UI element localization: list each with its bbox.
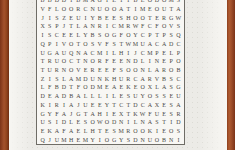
grid-cell: C [118, 100, 125, 109]
grid-cell: R [75, 5, 82, 14]
grid-cell: R [53, 100, 60, 109]
grid-cell: C [139, 31, 146, 40]
grid-cell: E [111, 57, 118, 66]
grid-cell: U [161, 5, 168, 14]
grid-cell: I [103, 48, 110, 57]
grid-cell: T [146, 13, 153, 22]
grid-cell: R [161, 13, 168, 22]
grid-cell: D [132, 135, 139, 144]
grid-cell: L [68, 118, 75, 127]
grid-cell: Q [68, 48, 75, 57]
grid-cell: U [46, 66, 53, 75]
grid-cell: O [146, 92, 153, 101]
grid-cell: E [161, 100, 168, 109]
grid-cell: C [82, 5, 89, 14]
grid-cell: C [175, 74, 182, 83]
grid-cell: K [103, 74, 110, 83]
grid-cell: L [146, 66, 153, 75]
grid-cell: I [39, 31, 46, 40]
grid-cell: S [46, 118, 53, 127]
grid-cell: P [53, 22, 60, 31]
grid-cell: T [125, 109, 132, 118]
grid-cell: E [103, 127, 110, 136]
grid-cell: T [39, 57, 46, 66]
grid-cell: A [111, 83, 118, 92]
grid-cell: J [68, 109, 75, 118]
grid-cell: D [175, 118, 182, 127]
grid-cell: R [46, 57, 53, 66]
grid-cell: O [68, 5, 75, 14]
grid-cell: L [82, 92, 89, 101]
grid-cell: L [60, 74, 67, 83]
grid-cell: A [82, 22, 89, 31]
grid-cell: U [139, 40, 146, 49]
grid-cell: M [146, 48, 153, 57]
grid-cell: M [96, 83, 103, 92]
grid-cell: S [46, 22, 53, 31]
grid-cell: C [68, 57, 75, 66]
grid-cell: O [89, 57, 96, 66]
grid-cell: T [68, 83, 75, 92]
grid-cell: O [139, 127, 146, 136]
grid-cell: E [68, 13, 75, 22]
page-shading-right [187, 0, 227, 150]
grid-cell: S [118, 13, 125, 22]
grid-cell: G [111, 31, 118, 40]
grid-cell: V [168, 22, 175, 31]
grid-cell: E [118, 57, 125, 66]
grid-cell: K [132, 109, 139, 118]
grid-cell: K [46, 127, 53, 136]
grid-cell: M [60, 135, 67, 144]
grid-cell: A [60, 109, 67, 118]
grid-cell: L [132, 118, 139, 127]
grid-cell: I [82, 13, 89, 22]
grid-cell: A [82, 48, 89, 57]
grid-cell: R [125, 74, 132, 83]
grid-cell: O [111, 5, 118, 14]
grid-cell: U [96, 5, 103, 14]
grid-cell: E [161, 48, 168, 57]
grid-cell: E [103, 83, 110, 92]
grid-cell: G [111, 135, 118, 144]
grid-cell: E [82, 66, 89, 75]
grid-cell: L [111, 48, 118, 57]
grid-cell: S [168, 74, 175, 83]
grid-cell: S [175, 22, 182, 31]
grid-cell: Z [39, 74, 46, 83]
grid-cell: G [75, 109, 82, 118]
grid-cell: A [89, 109, 96, 118]
grid-cell: D [168, 40, 175, 49]
grid-cell: N [96, 74, 103, 83]
grid-cell: T [39, 66, 46, 75]
grid-cell: E [161, 109, 168, 118]
grid-cell: F [46, 5, 53, 14]
grid-cell: D [132, 100, 139, 109]
grid-cell: O [175, 57, 182, 66]
grid-cell: U [60, 48, 67, 57]
grid-cell: E [75, 127, 82, 136]
grid-cell: E [103, 66, 110, 75]
grid-cell: S [153, 92, 160, 101]
grid-cell: N [139, 118, 146, 127]
grid-cell: A [146, 118, 153, 127]
grid-cell: B [53, 83, 60, 92]
grid-cell: D [111, 118, 118, 127]
grid-cell: V [60, 40, 67, 49]
grid-cell: A [53, 127, 60, 136]
grid-cell: N [125, 57, 132, 66]
grid-cell: T [125, 100, 132, 109]
grid-cell: I [53, 40, 60, 49]
grid-cell: U [132, 92, 139, 101]
grid-cell: A [53, 92, 60, 101]
grid-cell: S [168, 100, 175, 109]
grid-cell: J [39, 13, 46, 22]
grid-cell: J [60, 22, 67, 31]
grid-cell: R [89, 66, 96, 75]
grid-cell: S [175, 127, 182, 136]
grid-cell: G [168, 13, 175, 22]
grid-cell: R [53, 66, 60, 75]
grid-cell: I [60, 100, 67, 109]
grid-cell: O [60, 5, 67, 14]
grid-cell: H [89, 127, 96, 136]
grid-cell: U [118, 74, 125, 83]
grid-cell: K [39, 100, 46, 109]
grid-cell: Y [82, 31, 89, 40]
grid-cell: D [89, 83, 96, 92]
grid-cell: E [161, 57, 168, 66]
grid-cell: S [53, 13, 60, 22]
grid-cell: H [96, 109, 103, 118]
grid-cell: T [161, 118, 168, 127]
grid-cell: M [139, 5, 146, 14]
grid-cell: F [46, 83, 53, 92]
grid-cell: N [75, 48, 82, 57]
grid-cell: U [175, 92, 182, 101]
grid-cell: O [132, 66, 139, 75]
grid-cell: A [161, 83, 168, 92]
grid-cell: S [125, 92, 132, 101]
grid-cell: Y [103, 100, 110, 109]
grid-cell: C [53, 31, 60, 40]
grid-cell: I [125, 48, 132, 57]
grid-cell: I [153, 127, 160, 136]
grid-cell: Q [39, 135, 46, 144]
grid-cell: B [89, 31, 96, 40]
grid-cell: E [46, 92, 53, 101]
grid-cell: Q [175, 31, 182, 40]
grid-cell: M [75, 74, 82, 83]
grid-cell: L [75, 31, 82, 40]
grid-cell: N [60, 66, 67, 75]
grid-cell: T [153, 31, 160, 40]
grid-cell: A [175, 100, 182, 109]
grid-cell: V [153, 74, 160, 83]
grid-cell: E [96, 100, 103, 109]
grid-cell: B [68, 92, 75, 101]
grid-cell: U [89, 74, 96, 83]
grid-cell: E [103, 13, 110, 22]
page-shading-left [9, 0, 35, 150]
grid-cell: O [125, 66, 132, 75]
grid-cell: I [46, 100, 53, 109]
grid-cell: E [111, 13, 118, 22]
grid-cell: I [175, 135, 182, 144]
grid-cell: S [46, 31, 53, 40]
grid-cell: Q [39, 40, 46, 49]
grid-cell: O [132, 127, 139, 136]
grid-cell: J [75, 100, 82, 109]
grid-cell: T [68, 22, 75, 31]
grid-cell: R [146, 74, 153, 83]
grid-cell: L [89, 92, 96, 101]
grid-cell: L [82, 127, 89, 136]
grid-cell: C [111, 22, 118, 31]
grid-cell: E [68, 31, 75, 40]
grid-cell: E [161, 127, 168, 136]
grid-cell: A [153, 66, 160, 75]
grid-cell: O [89, 118, 96, 127]
grid-cell: H [68, 135, 75, 144]
grid-cell: T [96, 127, 103, 136]
grid-cell: E [89, 100, 96, 109]
grid-cell: I [103, 22, 110, 31]
grid-cell: F [103, 40, 110, 49]
grid-cell: E [96, 66, 103, 75]
grid-cell: I [46, 74, 53, 83]
grid-cell: X [146, 83, 153, 92]
grid-cell: T [168, 5, 175, 14]
grid-cell: J [132, 48, 139, 57]
grid-cell: R [125, 127, 132, 136]
grid-cell: G [39, 109, 46, 118]
grid-cell: N [153, 57, 160, 66]
grid-cell: C [175, 40, 182, 49]
grid-cell: R [175, 109, 182, 118]
grid-cell: O [103, 5, 110, 14]
grid-cell: D [132, 57, 139, 66]
grid-cell: U [39, 48, 46, 57]
grid-cell: O [103, 31, 110, 40]
grid-cell: S [161, 92, 168, 101]
letter-grid: BBDDIBMAGIETIBEODOMSVFLOORCNUOOATIMEOUTA… [37, 0, 184, 144]
grid-cell: A [161, 40, 168, 49]
grid-cell: R [96, 22, 103, 31]
grid-cell: F [146, 109, 153, 118]
grid-cell: P [175, 48, 182, 57]
grid-cell: E [153, 13, 160, 22]
grid-cell: G [175, 83, 182, 92]
grid-cell: N [82, 57, 89, 66]
grid-cell: W [175, 13, 182, 22]
grid-cell: D [39, 92, 46, 101]
grid-cell: F [60, 127, 67, 136]
grid-cell: O [153, 135, 160, 144]
grid-cell: O [139, 13, 146, 22]
grid-cell: E [60, 31, 67, 40]
grid-cell: S [89, 40, 96, 49]
grid-cell: E [75, 118, 82, 127]
grid-cell: I [132, 5, 139, 14]
grid-cell: A [146, 40, 153, 49]
grid-cell: I [96, 135, 103, 144]
grid-cell: M [118, 22, 125, 31]
grid-cell: L [168, 48, 175, 57]
grid-cell: L [111, 92, 118, 101]
grid-cell: X [153, 100, 160, 109]
grid-cell: E [75, 135, 82, 144]
grid-cell: O [139, 83, 146, 92]
grid-cell: L [75, 22, 82, 31]
grid-cell: C [153, 40, 160, 49]
grid-cell: N [168, 135, 175, 144]
grid-cell: O [132, 13, 139, 22]
grid-cell: F [53, 109, 60, 118]
grid-cell: L [153, 83, 160, 92]
grid-cell: D [60, 92, 67, 101]
book-frame-left-edge [0, 0, 9, 150]
grid-cell: F [153, 22, 160, 31]
grid-cell: S [125, 135, 132, 144]
grid-cell: O [168, 66, 175, 75]
grid-cell: X [118, 109, 125, 118]
grid-cell: B [161, 135, 168, 144]
grid-cell: S [111, 40, 118, 49]
grid-cell: U [39, 118, 46, 127]
grid-cell: I [103, 92, 110, 101]
grid-cell: E [132, 83, 139, 92]
grid-cell: I [168, 118, 175, 127]
grid-cell: P [146, 31, 153, 40]
grid-cell: F [75, 83, 82, 92]
grid-cell: A [139, 74, 146, 83]
grid-cell: Y [89, 13, 96, 22]
grid-cell: O [168, 127, 175, 136]
grid-cell: E [118, 92, 125, 101]
grid-cell: L [53, 5, 60, 14]
grid-cell: T [111, 100, 118, 109]
grid-cell: U [75, 13, 82, 22]
grid-cell: F [139, 22, 146, 31]
grid-cell: O [82, 83, 89, 92]
grid-cell: A [175, 5, 182, 14]
grid-cell: U [53, 135, 60, 144]
grid-cell: I [46, 13, 53, 22]
grid-cell: D [60, 118, 67, 127]
grid-cell: U [82, 100, 89, 109]
grid-cell: T [82, 109, 89, 118]
grid-cell: S [96, 31, 103, 40]
grid-cell: C [132, 74, 139, 83]
grid-cell: I [103, 109, 110, 118]
grid-cell: D [82, 74, 89, 83]
grid-cell: R [161, 66, 168, 75]
grid-cell: E [168, 92, 175, 101]
grid-cell: O [82, 40, 89, 49]
grid-cell: I [125, 118, 132, 127]
grid-cell: A [146, 100, 153, 109]
grid-cell: W [139, 109, 146, 118]
grid-cell: B [161, 74, 168, 83]
grid-cell: W [125, 40, 132, 49]
grid-cell: S [53, 74, 60, 83]
grid-cell: Y [132, 31, 139, 40]
grid-cell: S [153, 118, 160, 127]
grid-cell: O [103, 118, 110, 127]
grid-cell: N [89, 22, 96, 31]
grid-cell: M [118, 127, 125, 136]
grid-cell: B [175, 66, 182, 75]
grid-cell: F [103, 57, 110, 66]
grid-cell: L [39, 83, 46, 92]
grid-cell: L [139, 57, 146, 66]
grid-cell: U [153, 109, 160, 118]
grid-cell: T [118, 40, 125, 49]
grid-cell: O [68, 66, 75, 75]
grid-cell: N [139, 135, 146, 144]
word-search-grid: BBDDIBMAGIETIBEODOMSVFLOORCNUOOATIMEOUTA… [36, 0, 185, 145]
grid-cell: E [39, 127, 46, 136]
grid-cell: I [146, 57, 153, 66]
grid-cell: V [75, 66, 82, 75]
grid-cell: R [96, 57, 103, 66]
grid-cell: A [68, 74, 75, 83]
grid-cell: S [168, 109, 175, 118]
grid-cell: W [96, 118, 103, 127]
grid-cell: Y [46, 109, 53, 118]
grid-cell: Z [60, 13, 67, 22]
grid-cell: Y [118, 135, 125, 144]
grid-cell: O [103, 135, 110, 144]
grid-cell: F [111, 66, 118, 75]
grid-cell: P [46, 40, 53, 49]
grid-cell: S [168, 31, 175, 40]
grid-cell: L [96, 92, 103, 101]
grid-cell: R [125, 22, 132, 31]
grid-cell: A [118, 5, 125, 14]
grid-cell: C [146, 22, 153, 31]
grid-cell: V [96, 40, 103, 49]
grid-cell: J [46, 135, 53, 144]
grid-cell: Y [89, 135, 96, 144]
grid-cell: G [46, 48, 53, 57]
grid-cell: V [39, 5, 46, 14]
grid-cell: O [161, 22, 168, 31]
grid-cell: S [82, 118, 89, 127]
grid-cell: H [125, 13, 132, 22]
grid-cell: U [53, 57, 60, 66]
grid-cell: S [111, 127, 118, 136]
grid-cell: C [139, 100, 146, 109]
grid-cell: Y [139, 92, 146, 101]
grid-cell: O [125, 31, 132, 40]
grid-cell: E [118, 83, 125, 92]
grid-cell: C [89, 48, 96, 57]
grid-cell: K [146, 127, 153, 136]
grid-cell: N [118, 118, 125, 127]
grid-cell: P [153, 48, 160, 57]
grid-cell: S [168, 83, 175, 92]
grid-cell: X [39, 22, 46, 31]
grid-cell: A [75, 92, 82, 101]
grid-cell: H [111, 74, 118, 83]
grid-cell: O [153, 5, 160, 14]
grid-cell: E [111, 109, 118, 118]
grid-cell: N [139, 66, 146, 75]
